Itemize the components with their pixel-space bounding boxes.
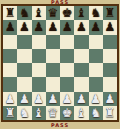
black-pawn[interactable]: ♟: [33, 20, 44, 34]
square-a6[interactable]: [3, 35, 17, 49]
black-pawn[interactable]: ♟: [19, 20, 30, 34]
square-b8[interactable]: ♞: [17, 6, 31, 20]
black-knight[interactable]: ♞: [19, 6, 30, 20]
square-g1[interactable]: ♞: [89, 106, 103, 120]
square-f8[interactable]: ♝: [74, 6, 88, 20]
black-bishop[interactable]: ♝: [76, 6, 87, 20]
square-c4[interactable]: [32, 63, 46, 77]
white-knight[interactable]: ♞: [19, 106, 30, 120]
square-f6[interactable]: [74, 35, 88, 49]
square-c5[interactable]: [32, 49, 46, 63]
black-rook[interactable]: ♜: [5, 6, 16, 20]
white-rook[interactable]: ♜: [104, 106, 115, 120]
square-h4[interactable]: [103, 63, 117, 77]
square-b7[interactable]: ♟: [17, 20, 31, 34]
square-a8[interactable]: ♜: [3, 6, 17, 20]
white-bishop[interactable]: ♝: [33, 106, 44, 120]
black-knight[interactable]: ♞: [90, 6, 101, 20]
black-queen[interactable]: ♛: [47, 6, 58, 20]
white-pawn[interactable]: ♟: [62, 92, 73, 106]
square-e7[interactable]: ♟: [60, 20, 74, 34]
square-h1[interactable]: ♜: [103, 106, 117, 120]
square-d3[interactable]: [46, 77, 60, 91]
black-pawn[interactable]: ♟: [62, 20, 73, 34]
square-e4[interactable]: [60, 63, 74, 77]
pass-bar-bottom: PASS: [0, 122, 120, 129]
square-d6[interactable]: [46, 35, 60, 49]
square-c2[interactable]: ♟: [32, 92, 46, 106]
square-c8[interactable]: ♝: [32, 6, 46, 20]
white-pawn[interactable]: ♟: [33, 92, 44, 106]
square-d2[interactable]: ♟: [46, 92, 60, 106]
square-e8[interactable]: ♚: [60, 6, 74, 20]
square-a4[interactable]: [3, 63, 17, 77]
square-g7[interactable]: ♟: [89, 20, 103, 34]
square-e5[interactable]: [60, 49, 74, 63]
square-f7[interactable]: ♟: [74, 20, 88, 34]
black-pawn[interactable]: ♟: [104, 20, 115, 34]
black-bishop[interactable]: ♝: [33, 6, 44, 20]
square-g2[interactable]: ♟: [89, 92, 103, 106]
white-pawn[interactable]: ♟: [19, 92, 30, 106]
square-c7[interactable]: ♟: [32, 20, 46, 34]
square-c3[interactable]: [32, 77, 46, 91]
square-h7[interactable]: ♟: [103, 20, 117, 34]
square-a7[interactable]: ♟: [3, 20, 17, 34]
black-pawn[interactable]: ♟: [90, 20, 101, 34]
square-h3[interactable]: [103, 77, 117, 91]
square-h2[interactable]: ♟: [103, 92, 117, 106]
square-g5[interactable]: [89, 49, 103, 63]
square-d5[interactable]: [46, 49, 60, 63]
square-f1[interactable]: ♝: [74, 106, 88, 120]
square-e2[interactable]: ♟: [60, 92, 74, 106]
square-b1[interactable]: ♞: [17, 106, 31, 120]
white-pawn[interactable]: ♟: [5, 92, 16, 106]
square-f5[interactable]: [74, 49, 88, 63]
square-c6[interactable]: [32, 35, 46, 49]
white-bishop[interactable]: ♝: [76, 106, 87, 120]
black-pawn[interactable]: ♟: [5, 20, 16, 34]
square-e1[interactable]: ♚: [60, 106, 74, 120]
black-pawn[interactable]: ♟: [47, 20, 58, 34]
white-pawn[interactable]: ♟: [104, 92, 115, 106]
white-pawn[interactable]: ♟: [76, 92, 87, 106]
square-b2[interactable]: ♟: [17, 92, 31, 106]
square-g3[interactable]: [89, 77, 103, 91]
square-d1[interactable]: ♛: [46, 106, 60, 120]
square-b3[interactable]: [17, 77, 31, 91]
square-a1[interactable]: ♜: [3, 106, 17, 120]
square-c1[interactable]: ♝: [32, 106, 46, 120]
square-d8[interactable]: ♛: [46, 6, 60, 20]
square-f2[interactable]: ♟: [74, 92, 88, 106]
square-a3[interactable]: [3, 77, 17, 91]
square-h6[interactable]: [103, 35, 117, 49]
square-e6[interactable]: [60, 35, 74, 49]
square-a5[interactable]: [3, 49, 17, 63]
square-d7[interactable]: ♟: [46, 20, 60, 34]
white-rook[interactable]: ♜: [5, 106, 16, 120]
white-queen[interactable]: ♛: [47, 106, 58, 120]
pass-button-bottom[interactable]: PASS: [51, 123, 69, 128]
white-knight[interactable]: ♞: [90, 106, 101, 120]
square-h8[interactable]: ♜: [103, 6, 117, 20]
square-f3[interactable]: [74, 77, 88, 91]
black-rook[interactable]: ♜: [104, 6, 115, 20]
square-a2[interactable]: ♟: [3, 92, 17, 106]
square-b6[interactable]: [17, 35, 31, 49]
black-king[interactable]: ♚: [62, 6, 73, 20]
white-pawn[interactable]: ♟: [47, 92, 58, 106]
square-f4[interactable]: [74, 63, 88, 77]
square-e3[interactable]: [60, 77, 74, 91]
square-g6[interactable]: [89, 35, 103, 49]
square-d4[interactable]: [46, 63, 60, 77]
square-g8[interactable]: ♞: [89, 6, 103, 20]
chess-board: ♜♞♝♛♚♝♞♜♟♟♟♟♟♟♟♟♟♟♟♟♟♟♟♟♜♞♝♛♚♝♞♜: [1, 4, 119, 122]
square-g4[interactable]: [89, 63, 103, 77]
square-b4[interactable]: [17, 63, 31, 77]
white-king[interactable]: ♚: [62, 106, 73, 120]
square-b5[interactable]: [17, 49, 31, 63]
white-pawn[interactable]: ♟: [90, 92, 101, 106]
square-h5[interactable]: [103, 49, 117, 63]
black-pawn[interactable]: ♟: [76, 20, 87, 34]
